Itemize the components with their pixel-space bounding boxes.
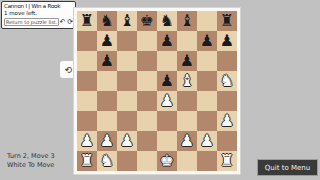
square-e5[interactable]: ♟	[157, 71, 177, 91]
white-pawn: ♟	[180, 131, 194, 151]
square-b4[interactable]	[97, 91, 117, 111]
square-g3[interactable]	[197, 111, 217, 131]
white-king: ♚	[160, 151, 174, 171]
square-h7[interactable]: ♟	[217, 31, 237, 51]
square-e7[interactable]: ♟	[157, 31, 177, 51]
square-d1[interactable]	[137, 151, 157, 171]
game-status: Turn 2, Move 3 White To Move	[7, 152, 55, 170]
black-bishop: ♝	[180, 11, 194, 31]
square-f1[interactable]	[177, 151, 197, 171]
square-c1[interactable]	[117, 151, 137, 171]
square-g8[interactable]	[197, 11, 217, 31]
white-pawn: ♟	[200, 131, 214, 151]
square-h8[interactable]: ♜	[217, 11, 237, 31]
chess-board: ♜♞♝♚♞♝♜♟♟♟♟♟♟♟♝♞♟♟♟♟♟♟♟♜♞♚♜	[77, 11, 237, 171]
square-c4[interactable]	[117, 91, 137, 111]
square-a1[interactable]: ♜	[77, 151, 97, 171]
square-g6[interactable]	[197, 51, 217, 71]
square-f7[interactable]	[177, 31, 197, 51]
square-a3[interactable]	[77, 111, 97, 131]
turn-move-text: Turn 2, Move 3	[7, 152, 55, 161]
square-c3[interactable]	[117, 111, 137, 131]
square-a8[interactable]: ♜	[77, 11, 97, 31]
square-h3[interactable]: ♟	[217, 111, 237, 131]
square-g7[interactable]: ♟	[197, 31, 217, 51]
square-g4[interactable]	[197, 91, 217, 111]
square-f6[interactable]: ♟	[177, 51, 197, 71]
square-d6[interactable]	[137, 51, 157, 71]
square-h6[interactable]	[217, 51, 237, 71]
square-c7[interactable]	[117, 31, 137, 51]
square-c8[interactable]: ♝	[117, 11, 137, 31]
black-rook: ♜	[220, 11, 234, 31]
black-pawn: ♟	[100, 31, 114, 51]
square-b7[interactable]: ♟	[97, 31, 117, 51]
square-a4[interactable]	[77, 91, 97, 111]
black-pawn: ♟	[200, 31, 214, 51]
moves-left-text: 1 move left.	[4, 10, 73, 17]
black-pawn: ♟	[180, 51, 194, 71]
square-d4[interactable]	[137, 91, 157, 111]
square-d5[interactable]	[137, 71, 157, 91]
square-h2[interactable]	[217, 131, 237, 151]
white-pawn: ♟	[120, 131, 134, 151]
square-d8[interactable]: ♚	[137, 11, 157, 31]
square-b5[interactable]	[97, 71, 117, 91]
square-c6[interactable]	[117, 51, 137, 71]
white-rook: ♜	[80, 151, 94, 171]
square-f2[interactable]: ♟	[177, 131, 197, 151]
square-a6[interactable]	[77, 51, 97, 71]
square-e6[interactable]	[157, 51, 177, 71]
square-f8[interactable]: ♝	[177, 11, 197, 31]
square-e4[interactable]: ♟	[157, 91, 177, 111]
square-b3[interactable]	[97, 111, 117, 131]
square-d2[interactable]	[137, 131, 157, 151]
reset-icon[interactable]: ⟳	[67, 18, 73, 26]
return-to-puzzle-list-link[interactable]: Return to puzzle list.	[4, 18, 59, 26]
puzzle-info-panel: Cannon I | Win a Rook 1 move left. Retur…	[1, 1, 76, 29]
black-knight: ♞	[160, 11, 174, 31]
black-pawn: ♟	[160, 31, 174, 51]
square-h1[interactable]: ♜	[217, 151, 237, 171]
black-pawn: ♟	[220, 31, 234, 51]
chess-board-frame: ♜♞♝♚♞♝♜♟♟♟♟♟♟♟♝♞♟♟♟♟♟♟♟♜♞♚♜	[74, 8, 240, 174]
square-f3[interactable]	[177, 111, 197, 131]
white-pawn: ♟	[80, 131, 94, 151]
square-b6[interactable]: ♟	[97, 51, 117, 71]
white-pawn: ♟	[220, 111, 234, 131]
black-king: ♚	[140, 11, 154, 31]
flip-board-icon: ⟲	[65, 65, 73, 75]
square-c5[interactable]	[117, 71, 137, 91]
square-e2[interactable]	[157, 131, 177, 151]
square-a5[interactable]	[77, 71, 97, 91]
puzzle-title: Cannon I | Win a Rook	[4, 3, 73, 10]
quit-button-label: Quit to Menu	[265, 164, 310, 172]
square-a2[interactable]: ♟	[77, 131, 97, 151]
white-pawn: ♟	[100, 131, 114, 151]
square-g5[interactable]	[197, 71, 217, 91]
black-bishop: ♝	[120, 11, 134, 31]
quit-to-menu-button[interactable]: Quit to Menu	[257, 159, 318, 176]
undo-icon[interactable]: ↶	[59, 18, 65, 26]
square-e3[interactable]	[157, 111, 177, 131]
square-d7[interactable]	[137, 31, 157, 51]
white-knight: ♞	[100, 151, 114, 171]
square-h5[interactable]: ♞	[217, 71, 237, 91]
square-f4[interactable]	[177, 91, 197, 111]
square-h4[interactable]	[217, 91, 237, 111]
square-g1[interactable]	[197, 151, 217, 171]
square-b1[interactable]: ♞	[97, 151, 117, 171]
square-b8[interactable]: ♞	[97, 11, 117, 31]
square-d3[interactable]	[137, 111, 157, 131]
white-knight: ♞	[220, 71, 234, 91]
white-pawn: ♟	[160, 91, 174, 111]
white-bishop: ♝	[180, 71, 194, 91]
square-b2[interactable]: ♟	[97, 131, 117, 151]
square-e1[interactable]: ♚	[157, 151, 177, 171]
square-g2[interactable]: ♟	[197, 131, 217, 151]
side-to-move-text: White To Move	[7, 161, 55, 170]
square-a7[interactable]	[77, 31, 97, 51]
black-rook: ♜	[80, 11, 94, 31]
black-pawn: ♟	[100, 51, 114, 71]
white-rook: ♜	[220, 151, 234, 171]
square-f5[interactable]: ♝	[177, 71, 197, 91]
square-c2[interactable]: ♟	[117, 131, 137, 151]
black-knight: ♞	[100, 11, 114, 31]
black-pawn: ♟	[160, 71, 174, 91]
square-e8[interactable]: ♞	[157, 11, 177, 31]
